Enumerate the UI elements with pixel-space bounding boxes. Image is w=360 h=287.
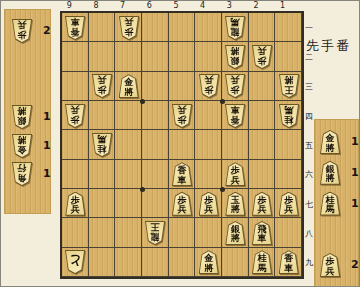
- piece-sente-lance[interactable]: 香車: [279, 250, 299, 274]
- square-64[interactable]: [142, 101, 169, 130]
- rank-label-三: 三: [305, 81, 313, 92]
- piece-gote-pawn[interactable]: 歩兵: [225, 74, 245, 98]
- square-99[interactable]: と: [62, 248, 89, 277]
- piece-gote-pawn[interactable]: 歩兵: [172, 104, 192, 128]
- rank-label-二: 二: [305, 52, 313, 63]
- square-13[interactable]: 王將: [275, 72, 302, 101]
- piece-sente-pawn[interactable]: 歩兵: [199, 192, 219, 216]
- square-21[interactable]: [249, 13, 276, 42]
- piece-gote-pawn[interactable]: 歩兵: [199, 74, 219, 98]
- square-86[interactable]: [89, 160, 116, 189]
- file-label-1: 1: [277, 1, 289, 10]
- square-15[interactable]: [275, 130, 302, 159]
- hand-count-gote-silver: 1: [43, 110, 51, 123]
- square-98[interactable]: [62, 218, 89, 247]
- square-76[interactable]: [115, 160, 142, 189]
- square-91[interactable]: 香車: [62, 13, 89, 42]
- square-33[interactable]: 歩兵: [222, 72, 249, 101]
- square-47[interactable]: 歩兵: [195, 189, 222, 218]
- square-12[interactable]: [275, 42, 302, 71]
- piece-gote-pawn[interactable]: 歩兵: [119, 16, 139, 40]
- file-label-4: 4: [197, 1, 209, 10]
- star-point: [140, 99, 145, 104]
- hand-count-sente-gold: 1: [351, 135, 359, 148]
- square-17[interactable]: 歩兵: [275, 189, 302, 218]
- rank-label-七: 七: [305, 199, 313, 210]
- piece-sente-lance[interactable]: 香車: [172, 162, 192, 186]
- file-label-3: 3: [223, 1, 235, 10]
- shogi-board[interactable]: 香車歩兵龍馬銀將歩兵歩兵金將歩兵歩兵王將歩兵歩兵香車桂馬桂馬香車歩兵歩兵歩兵歩兵…: [60, 11, 304, 279]
- piece-gote-bishop[interactable]: 角行: [12, 162, 32, 186]
- piece-gote-silver[interactable]: 銀將: [225, 45, 245, 69]
- file-label-2: 2: [250, 1, 262, 10]
- piece-sente-pawn[interactable]: 歩兵: [225, 162, 245, 186]
- square-55[interactable]: [169, 130, 196, 159]
- square-97[interactable]: 歩兵: [62, 189, 89, 218]
- piece-sente-gold[interactable]: 金將: [119, 74, 139, 98]
- piece-sente-pawn[interactable]: 歩兵: [279, 192, 299, 216]
- hand-gote-pawn[interactable]: 歩兵: [12, 18, 32, 44]
- square-63[interactable]: [142, 72, 169, 101]
- square-36[interactable]: 歩兵: [222, 160, 249, 189]
- piece-gote-pawn[interactable]: 歩兵: [252, 45, 272, 69]
- square-72[interactable]: [115, 42, 142, 71]
- square-28[interactable]: 飛車: [249, 218, 276, 247]
- rank-label-六: 六: [305, 169, 313, 180]
- file-label-9: 9: [63, 1, 75, 10]
- square-24[interactable]: [249, 101, 276, 130]
- piece-gote-pawn[interactable]: 歩兵: [92, 74, 112, 98]
- piece-sente-gold[interactable]: 金將: [199, 250, 219, 274]
- piece-gote-tokin[interactable]: と: [65, 250, 85, 274]
- piece-sente-knight[interactable]: 桂馬: [252, 250, 272, 274]
- rank-label-一: 一: [305, 23, 313, 34]
- square-84[interactable]: [89, 101, 116, 130]
- square-85[interactable]: 桂馬: [89, 130, 116, 159]
- square-95[interactable]: [62, 130, 89, 159]
- piece-gote-gold[interactable]: 金將: [12, 134, 32, 158]
- hand-gote-gold[interactable]: 金將: [12, 133, 32, 159]
- square-11[interactable]: [275, 13, 302, 42]
- square-57[interactable]: 歩兵: [169, 189, 196, 218]
- square-65[interactable]: [142, 130, 169, 159]
- square-44[interactable]: [195, 101, 222, 130]
- piece-sente-pawn[interactable]: 歩兵: [65, 192, 85, 216]
- rank-label-八: 八: [305, 228, 313, 239]
- square-29[interactable]: 桂馬: [249, 248, 276, 277]
- hand-count-gote-bishop: 1: [43, 167, 51, 180]
- square-75[interactable]: [115, 130, 142, 159]
- square-52[interactable]: [169, 42, 196, 71]
- square-46[interactable]: [195, 160, 222, 189]
- square-74[interactable]: [115, 101, 142, 130]
- square-66[interactable]: [142, 160, 169, 189]
- square-19[interactable]: 香車: [275, 248, 302, 277]
- square-83[interactable]: 歩兵: [89, 72, 116, 101]
- square-49[interactable]: 金將: [195, 248, 222, 277]
- hand-count-sente-silver: 1: [351, 166, 359, 179]
- piece-gote-king[interactable]: 王將: [279, 74, 299, 98]
- square-82[interactable]: [89, 42, 116, 71]
- square-92[interactable]: [62, 42, 89, 71]
- hand-gote-silver[interactable]: 銀將: [12, 104, 32, 130]
- square-79[interactable]: [115, 248, 142, 277]
- square-62[interactable]: [142, 42, 169, 71]
- file-label-8: 8: [90, 1, 102, 10]
- piece-sente-pawn[interactable]: 歩兵: [252, 192, 272, 216]
- square-58[interactable]: [169, 218, 196, 247]
- shogi-diagram-window: 歩兵2銀將1金將1角行1 香車歩兵龍馬銀將歩兵歩兵金將歩兵歩兵王將歩兵歩兵香車桂…: [0, 0, 360, 287]
- square-67[interactable]: [142, 189, 169, 218]
- piece-sente-pawn[interactable]: 歩兵: [172, 192, 192, 216]
- piece-gote-pawn[interactable]: 歩兵: [65, 104, 85, 128]
- piece-sente-king[interactable]: 玉將: [225, 192, 245, 216]
- square-54[interactable]: 歩兵: [169, 101, 196, 130]
- square-48[interactable]: [195, 218, 222, 247]
- square-93[interactable]: [62, 72, 89, 101]
- hand-gote-bishop[interactable]: 角行: [12, 161, 32, 187]
- square-89[interactable]: [89, 248, 116, 277]
- hand-count-sente-knight: 1: [351, 197, 359, 210]
- star-point: [140, 187, 145, 192]
- square-78[interactable]: [115, 218, 142, 247]
- hand-count-sente-pawn: 2: [351, 258, 359, 271]
- square-88[interactable]: [89, 218, 116, 247]
- piece-sente-silver[interactable]: 銀將: [320, 161, 340, 185]
- square-51[interactable]: [169, 13, 196, 42]
- star-point: [220, 99, 225, 104]
- file-label-6: 6: [143, 1, 155, 10]
- square-53[interactable]: [169, 72, 196, 101]
- square-81[interactable]: [89, 13, 116, 42]
- square-87[interactable]: [89, 189, 116, 218]
- square-31[interactable]: 龍馬: [222, 13, 249, 42]
- hand-count-gote-pawn: 2: [43, 24, 51, 37]
- piece-sente-pawn[interactable]: 歩兵: [320, 253, 340, 277]
- square-14[interactable]: 桂馬: [275, 101, 302, 130]
- square-25[interactable]: [249, 130, 276, 159]
- hand-sente-pawn[interactable]: 歩兵: [320, 252, 340, 278]
- piece-sente-rook[interactable]: 飛車: [252, 221, 272, 245]
- square-27[interactable]: 歩兵: [249, 189, 276, 218]
- square-38[interactable]: 銀將: [222, 218, 249, 247]
- piece-sente-silver[interactable]: 銀將: [225, 221, 245, 245]
- square-96[interactable]: [62, 160, 89, 189]
- square-94[interactable]: 歩兵: [62, 101, 89, 130]
- piece-sente-gold[interactable]: 金將: [320, 130, 340, 154]
- hand-count-gote-gold: 1: [43, 139, 51, 152]
- piece-gote-knight[interactable]: 桂馬: [279, 104, 299, 128]
- square-32[interactable]: 銀將: [222, 42, 249, 71]
- piece-gote-lance[interactable]: 香車: [65, 16, 85, 40]
- piece-gote-promoted-rook-dragon[interactable]: 龍王: [145, 221, 165, 245]
- square-56[interactable]: 香車: [169, 160, 196, 189]
- square-59[interactable]: [169, 248, 196, 277]
- square-45[interactable]: [195, 130, 222, 159]
- square-68[interactable]: 龍王: [142, 218, 169, 247]
- square-77[interactable]: [115, 189, 142, 218]
- square-71[interactable]: 歩兵: [115, 13, 142, 42]
- piece-sente-knight[interactable]: 桂馬: [320, 192, 340, 216]
- square-26[interactable]: [249, 160, 276, 189]
- star-point: [220, 187, 225, 192]
- piece-gote-promoted-bishop-horse[interactable]: 龍馬: [225, 16, 245, 40]
- square-41[interactable]: [195, 13, 222, 42]
- square-43[interactable]: 歩兵: [195, 72, 222, 101]
- square-39[interactable]: [222, 248, 249, 277]
- hand-sente-knight[interactable]: 桂馬: [320, 191, 340, 217]
- piece-gote-knight[interactable]: 桂馬: [92, 133, 112, 157]
- sente-captured-stand: 金將1銀將1桂馬1歩兵2: [314, 119, 359, 287]
- hand-sente-silver[interactable]: 銀將: [320, 160, 340, 186]
- piece-gote-silver[interactable]: 銀將: [12, 105, 32, 129]
- square-61[interactable]: [142, 13, 169, 42]
- square-42[interactable]: [195, 42, 222, 71]
- piece-gote-pawn[interactable]: 歩兵: [12, 19, 32, 43]
- square-18[interactable]: [275, 218, 302, 247]
- square-35[interactable]: [222, 130, 249, 159]
- rank-label-九: 九: [305, 257, 313, 268]
- square-34[interactable]: 香車: [222, 101, 249, 130]
- square-73[interactable]: 金將: [115, 72, 142, 101]
- file-label-7: 7: [117, 1, 129, 10]
- rank-label-四: 四: [305, 111, 313, 122]
- square-37[interactable]: 玉將: [222, 189, 249, 218]
- rank-label-五: 五: [305, 140, 313, 151]
- square-16[interactable]: [275, 160, 302, 189]
- square-22[interactable]: 歩兵: [249, 42, 276, 71]
- piece-gote-lance[interactable]: 香車: [225, 104, 245, 128]
- square-23[interactable]: [249, 72, 276, 101]
- hand-sente-gold[interactable]: 金將: [320, 129, 340, 155]
- square-69[interactable]: [142, 248, 169, 277]
- gote-captured-stand: 歩兵2銀將1金將1角行1: [4, 9, 51, 214]
- file-label-5: 5: [170, 1, 182, 10]
